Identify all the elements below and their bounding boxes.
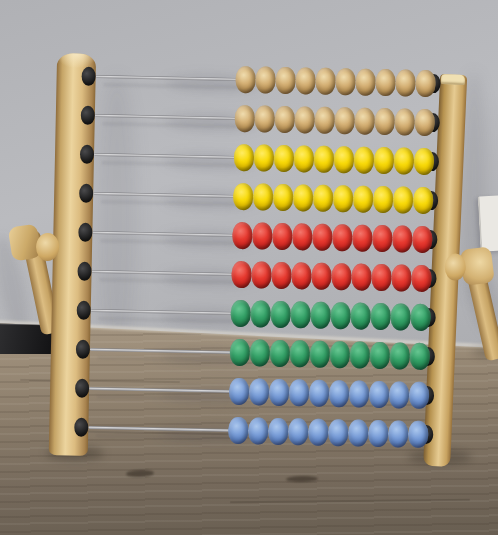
bead-group-right <box>232 222 433 253</box>
bead-blue[interactable] <box>288 418 309 445</box>
bead-group-right <box>235 105 436 136</box>
bead-yellow[interactable] <box>314 146 335 173</box>
bead-natural-wood[interactable] <box>354 107 375 134</box>
bead-natural-wood[interactable] <box>275 67 296 94</box>
bead-natural-wood[interactable] <box>395 69 416 96</box>
bead-yellow[interactable] <box>414 148 435 175</box>
bead-red[interactable] <box>232 222 253 249</box>
bead-natural-wood[interactable] <box>335 68 356 95</box>
bead-red[interactable] <box>272 223 293 250</box>
bead-natural-wood[interactable] <box>374 108 395 135</box>
bead-blue[interactable] <box>308 419 329 446</box>
bead-red[interactable] <box>251 261 272 288</box>
bead-green[interactable] <box>390 303 411 330</box>
bead-natural-wood[interactable] <box>235 105 256 132</box>
bead-group-right <box>229 378 430 409</box>
bead-yellow[interactable] <box>234 144 255 171</box>
bead-yellow[interactable] <box>374 147 395 174</box>
bead-blue[interactable] <box>328 419 349 446</box>
bead-yellow[interactable] <box>394 147 415 174</box>
bead-yellow[interactable] <box>274 145 295 172</box>
bead-yellow[interactable] <box>354 146 375 173</box>
bead-red[interactable] <box>311 263 332 290</box>
bead-group-right <box>230 300 431 331</box>
bead-red[interactable] <box>351 263 372 290</box>
abacus-row-10 <box>88 408 430 454</box>
bead-yellow[interactable] <box>373 186 394 213</box>
bead-group-right <box>235 66 436 97</box>
bead-red[interactable] <box>412 226 433 253</box>
bead-natural-wood[interactable] <box>335 107 356 134</box>
bead-blue[interactable] <box>309 380 330 407</box>
bead-group-right <box>231 261 432 292</box>
photo-scene <box>0 0 498 535</box>
bead-yellow[interactable] <box>333 185 354 212</box>
bead-green[interactable] <box>270 301 291 328</box>
bead-green[interactable] <box>390 342 411 369</box>
bead-blue[interactable] <box>408 421 429 448</box>
bead-natural-wood[interactable] <box>414 109 435 136</box>
abacus-board <box>0 0 498 535</box>
bead-blue[interactable] <box>389 381 410 408</box>
bead-red[interactable] <box>391 264 412 291</box>
bead-blue[interactable] <box>249 378 270 405</box>
bead-blue[interactable] <box>348 419 369 446</box>
bead-green[interactable] <box>310 341 331 368</box>
bead-yellow[interactable] <box>294 145 315 172</box>
bead-group-right <box>230 339 431 370</box>
bead-yellow[interactable] <box>334 146 355 173</box>
bead-green[interactable] <box>370 342 391 369</box>
bead-green[interactable] <box>410 343 431 370</box>
bead-yellow[interactable] <box>254 144 275 171</box>
bead-green[interactable] <box>330 302 351 329</box>
bead-blue[interactable] <box>269 379 290 406</box>
bead-blue[interactable] <box>248 417 269 444</box>
bead-rows-grid <box>88 57 437 454</box>
bead-yellow[interactable] <box>313 185 334 212</box>
bead-red[interactable] <box>332 224 353 251</box>
bead-yellow[interactable] <box>393 186 414 213</box>
bead-red[interactable] <box>372 225 393 252</box>
bead-blue[interactable] <box>369 381 390 408</box>
bead-natural-wood[interactable] <box>275 106 296 133</box>
bead-blue[interactable] <box>368 420 389 447</box>
bead-green[interactable] <box>350 341 371 368</box>
bead-red[interactable] <box>231 261 252 288</box>
bead-green[interactable] <box>290 340 311 367</box>
bead-blue[interactable] <box>388 420 409 447</box>
bead-red[interactable] <box>312 224 333 251</box>
bead-blue[interactable] <box>349 380 370 407</box>
bead-red[interactable] <box>252 222 273 249</box>
bead-green[interactable] <box>290 301 311 328</box>
bead-blue[interactable] <box>289 379 310 406</box>
bead-natural-wood[interactable] <box>295 67 316 94</box>
bead-yellow[interactable] <box>253 183 274 210</box>
bead-green[interactable] <box>410 304 431 331</box>
bead-red[interactable] <box>352 224 373 251</box>
bead-natural-wood[interactable] <box>394 108 415 135</box>
bead-green[interactable] <box>230 339 251 366</box>
bead-yellow[interactable] <box>293 184 314 211</box>
bead-natural-wood[interactable] <box>415 70 436 97</box>
bead-natural-wood[interactable] <box>315 107 336 134</box>
bead-green[interactable] <box>250 300 271 327</box>
bead-red[interactable] <box>271 262 292 289</box>
bead-yellow[interactable] <box>273 184 294 211</box>
bead-blue[interactable] <box>329 380 350 407</box>
bead-yellow[interactable] <box>353 185 374 212</box>
bead-blue[interactable] <box>229 378 250 405</box>
bead-red[interactable] <box>371 264 392 291</box>
bead-green[interactable] <box>250 339 271 366</box>
bead-yellow[interactable] <box>413 187 434 214</box>
bead-red[interactable] <box>291 262 312 289</box>
bead-blue[interactable] <box>268 418 289 445</box>
bead-natural-wood[interactable] <box>375 69 396 96</box>
bead-red[interactable] <box>292 223 313 250</box>
bead-yellow[interactable] <box>233 183 254 210</box>
bead-green[interactable] <box>270 340 291 367</box>
bead-natural-wood[interactable] <box>315 68 336 95</box>
bead-green[interactable] <box>330 341 351 368</box>
bead-green[interactable] <box>370 303 391 330</box>
bead-red[interactable] <box>392 225 413 252</box>
bead-natural-wood[interactable] <box>255 66 276 93</box>
bead-red[interactable] <box>331 263 352 290</box>
bead-green[interactable] <box>310 302 331 329</box>
bead-natural-wood[interactable] <box>255 105 276 132</box>
bead-blue[interactable] <box>409 382 430 409</box>
bead-group-right <box>233 183 434 214</box>
bead-green[interactable] <box>230 300 251 327</box>
bead-group-right <box>234 144 435 175</box>
bead-blue[interactable] <box>228 417 249 444</box>
bead-group-right <box>228 417 429 448</box>
bead-red[interactable] <box>411 265 432 292</box>
bead-green[interactable] <box>350 302 371 329</box>
bead-natural-wood[interactable] <box>235 66 256 93</box>
bead-natural-wood[interactable] <box>295 106 316 133</box>
bead-natural-wood[interactable] <box>355 68 376 95</box>
